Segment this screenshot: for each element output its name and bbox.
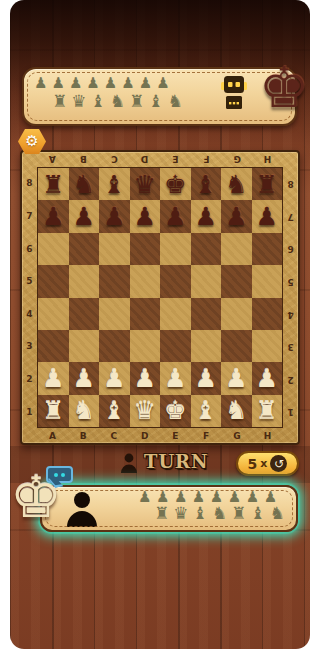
black-bishop: ♝ [103, 172, 125, 197]
white-knight: ♞ [73, 398, 95, 423]
opponent-capture-tray: ♟♟♟♟♟♟♟♟ ♜♛♝♞♜♝♞ [22, 67, 297, 126]
square-a3[interactable] [38, 330, 69, 362]
robot-icon [221, 74, 247, 110]
square-g6[interactable] [221, 233, 252, 265]
square-b5[interactable] [69, 265, 100, 297]
square-d6[interactable] [130, 233, 161, 265]
square-g1[interactable]: ♞ [221, 395, 252, 427]
opponent-slot-knight: ♞ [110, 93, 125, 110]
file-label-e: E [160, 428, 191, 443]
player-slot-rook: ♜ [154, 505, 169, 522]
black-pawn: ♟ [103, 204, 125, 229]
black-pawn: ♟ [73, 204, 95, 229]
square-f1[interactable]: ♝ [191, 395, 222, 427]
player-slot-pawn: ♟ [138, 490, 151, 505]
square-c8[interactable]: ♝ [99, 168, 130, 200]
rank-labels-right: 87654321 [283, 167, 298, 428]
square-a2[interactable]: ♟ [38, 362, 69, 394]
file-label-e: E [160, 152, 191, 167]
player-avatar[interactable] [66, 491, 98, 527]
white-pawn: ♟ [73, 366, 95, 391]
opponent-slot-queen: ♛ [71, 93, 86, 110]
square-b6[interactable] [69, 233, 100, 265]
white-rook: ♜ [42, 398, 64, 423]
opponent-slot-pawn: ♟ [139, 76, 152, 91]
chess-app-screen: ♟♟♟♟♟♟♟♟ ♜♛♝♞♜♝♞ ♚ ⚙ ABCDEFGH 87654321 ♜… [10, 0, 310, 649]
square-e6[interactable] [160, 233, 191, 265]
player-slot-bishop: ♝ [250, 505, 265, 522]
opponent-slot-pawn: ♟ [156, 76, 169, 91]
rank-label-7: 7 [283, 200, 298, 233]
square-h2[interactable]: ♟ [252, 362, 283, 394]
file-label-h: H [252, 152, 283, 167]
square-g5[interactable] [221, 265, 252, 297]
opponent-slot-pawn: ♟ [34, 76, 47, 91]
white-pawn: ♟ [164, 366, 186, 391]
square-e3[interactable] [160, 330, 191, 362]
square-d4[interactable] [130, 298, 161, 330]
rank-label-4: 4 [283, 298, 298, 331]
square-g2[interactable]: ♟ [221, 362, 252, 394]
player-piece-slots: ♜♛♝♞♜♝♞ [154, 505, 285, 522]
black-queen: ♛ [134, 172, 156, 197]
square-h5[interactable] [252, 265, 283, 297]
square-c5[interactable] [99, 265, 130, 297]
square-h7[interactable]: ♟ [252, 200, 283, 232]
square-f5[interactable] [191, 265, 222, 297]
black-pawn: ♟ [134, 204, 156, 229]
square-d3[interactable] [130, 330, 161, 362]
rank-label-2: 2 [283, 363, 298, 396]
square-e7[interactable]: ♟ [160, 200, 191, 232]
opponent-slot-pawn: ♟ [121, 76, 134, 91]
square-f8[interactable]: ♝ [191, 168, 222, 200]
square-f4[interactable] [191, 298, 222, 330]
square-g8[interactable]: ♞ [221, 168, 252, 200]
opponent-slot-pawn: ♟ [104, 76, 117, 91]
square-g7[interactable]: ♟ [221, 200, 252, 232]
white-rook: ♜ [256, 398, 278, 423]
square-d5[interactable] [130, 265, 161, 297]
square-h4[interactable] [252, 298, 283, 330]
rank-label-2: 2 [22, 363, 37, 396]
white-king: ♚ [164, 398, 186, 423]
square-a6[interactable] [38, 233, 69, 265]
square-b7[interactable]: ♟ [69, 200, 100, 232]
opponent-slot-bishop: ♝ [148, 93, 163, 110]
file-label-c: C [99, 152, 130, 167]
rank-labels-left: 87654321 [22, 167, 37, 428]
undo-icon: ↺ [270, 455, 287, 472]
white-pawn: ♟ [103, 366, 125, 391]
rank-label-3: 3 [22, 330, 37, 363]
rank-label-3: 3 [283, 330, 298, 363]
file-label-d: D [129, 428, 160, 443]
file-label-a: A [37, 152, 68, 167]
file-labels-bottom: ABCDEFGH [37, 428, 283, 443]
white-pawn: ♟ [134, 366, 156, 391]
square-d2[interactable]: ♟ [130, 362, 161, 394]
black-pawn: ♟ [42, 204, 64, 229]
player-slot-rook: ♜ [231, 505, 246, 522]
square-c7[interactable]: ♟ [99, 200, 130, 232]
square-b1[interactable]: ♞ [69, 395, 100, 427]
square-e2[interactable]: ♟ [160, 362, 191, 394]
file-label-a: A [37, 428, 68, 443]
opponent-slot-pawn: ♟ [69, 76, 82, 91]
square-g3[interactable] [221, 330, 252, 362]
chat-bubble-icon[interactable] [46, 466, 73, 483]
square-f3[interactable] [191, 330, 222, 362]
square-a7[interactable]: ♟ [38, 200, 69, 232]
turn-label: TURN [144, 451, 209, 472]
file-label-g: G [222, 152, 253, 167]
gear-icon: ⚙ [25, 134, 38, 149]
white-pawn: ♟ [225, 366, 247, 391]
undo-counter-badge[interactable]: 5 x ↺ [236, 451, 299, 476]
opponent-piece-slots: ♜♛♝♞♜♝♞ [52, 93, 183, 110]
opponent-slot-rook: ♜ [129, 93, 144, 110]
white-bishop: ♝ [103, 398, 125, 423]
black-king-trophy: ♚ [259, 60, 309, 116]
black-pawn: ♟ [195, 204, 217, 229]
white-bishop: ♝ [195, 398, 217, 423]
square-b3[interactable] [69, 330, 100, 362]
square-a1[interactable]: ♜ [38, 395, 69, 427]
rank-label-7: 7 [22, 200, 37, 233]
black-rook: ♜ [42, 172, 64, 197]
square-h6[interactable] [252, 233, 283, 265]
white-pawn: ♟ [195, 366, 217, 391]
square-c1[interactable]: ♝ [99, 395, 130, 427]
file-label-b: B [68, 152, 99, 167]
square-c2[interactable]: ♟ [99, 362, 130, 394]
rank-label-5: 5 [283, 265, 298, 298]
player-slot-knight: ♞ [212, 505, 227, 522]
player-slot-knight: ♞ [270, 505, 285, 522]
black-pawn: ♟ [256, 204, 278, 229]
file-label-h: H [252, 428, 283, 443]
player-capture-tray: ♟♟♟♟♟♟♟♟ ♜♛♝♞♜♝♞ [40, 485, 298, 532]
square-h1[interactable]: ♜ [252, 395, 283, 427]
white-queen: ♛ [134, 398, 156, 423]
undo-count: 5 [248, 456, 258, 472]
opponent-slot-bishop: ♝ [91, 93, 106, 110]
turn-person-icon [120, 453, 138, 473]
black-knight: ♞ [73, 172, 95, 197]
rank-label-5: 5 [22, 265, 37, 298]
black-pawn: ♟ [164, 204, 186, 229]
rank-label-4: 4 [22, 298, 37, 331]
black-king: ♚ [164, 172, 186, 197]
player-slot-bishop: ♝ [193, 505, 208, 522]
black-bishop: ♝ [195, 172, 217, 197]
rank-label-8: 8 [22, 167, 37, 200]
undo-multiplier: x [260, 457, 267, 470]
square-e1[interactable]: ♚ [160, 395, 191, 427]
square-h3[interactable] [252, 330, 283, 362]
black-knight: ♞ [225, 172, 247, 197]
board-frame: ABCDEFGH 87654321 ♜♞♝♛♚♝♞♜♟♟♟♟♟♟♟♟♟♟♟♟♟♟… [22, 152, 298, 443]
square-d7[interactable]: ♟ [130, 200, 161, 232]
square-e5[interactable] [160, 265, 191, 297]
square-g4[interactable] [221, 298, 252, 330]
chess-board: ABCDEFGH 87654321 ♜♞♝♛♚♝♞♜♟♟♟♟♟♟♟♟♟♟♟♟♟♟… [20, 150, 300, 445]
black-pawn: ♟ [225, 204, 247, 229]
file-label-f: F [191, 152, 222, 167]
board-squares: ♜♞♝♛♚♝♞♜♟♟♟♟♟♟♟♟♟♟♟♟♟♟♟♟♜♞♝♛♚♝♞♜ [37, 167, 283, 428]
square-d1[interactable]: ♛ [130, 395, 161, 427]
rank-label-1: 1 [283, 395, 298, 428]
white-knight: ♞ [225, 398, 247, 423]
square-c6[interactable] [99, 233, 130, 265]
square-a5[interactable] [38, 265, 69, 297]
square-c4[interactable] [99, 298, 130, 330]
square-d8[interactable]: ♛ [130, 168, 161, 200]
square-f6[interactable] [191, 233, 222, 265]
square-b2[interactable]: ♟ [69, 362, 100, 394]
file-label-f: F [191, 428, 222, 443]
square-e4[interactable] [160, 298, 191, 330]
square-b8[interactable]: ♞ [69, 168, 100, 200]
rank-label-1: 1 [22, 395, 37, 428]
opponent-slot-pawn: ♟ [51, 76, 64, 91]
opponent-slot-pawn: ♟ [86, 76, 99, 91]
file-labels-top: ABCDEFGH [37, 152, 283, 167]
square-a4[interactable] [38, 298, 69, 330]
opponent-slot-rook: ♜ [52, 93, 67, 110]
player-slot-queen: ♛ [173, 505, 188, 522]
square-f7[interactable]: ♟ [191, 200, 222, 232]
white-pawn: ♟ [42, 366, 64, 391]
file-label-g: G [222, 428, 253, 443]
file-label-c: C [99, 428, 130, 443]
rank-label-6: 6 [283, 232, 298, 265]
square-a8[interactable]: ♜ [38, 168, 69, 200]
square-h8[interactable]: ♜ [252, 168, 283, 200]
opponent-pawn-slots: ♟♟♟♟♟♟♟♟ [34, 76, 170, 91]
file-label-b: B [68, 428, 99, 443]
black-rook: ♜ [256, 172, 278, 197]
file-label-d: D [129, 152, 160, 167]
square-c3[interactable] [99, 330, 130, 362]
square-f2[interactable]: ♟ [191, 362, 222, 394]
white-pawn: ♟ [256, 366, 278, 391]
rank-label-6: 6 [22, 232, 37, 265]
square-b4[interactable] [69, 298, 100, 330]
square-e8[interactable]: ♚ [160, 168, 191, 200]
rank-label-8: 8 [283, 167, 298, 200]
opponent-slot-knight: ♞ [168, 93, 183, 110]
